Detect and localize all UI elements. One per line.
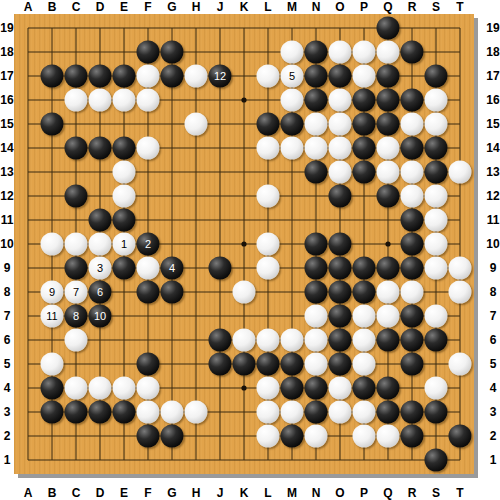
go-board-screen: ABCDEFGHJKLMNOPQRST ABCDEFGHJKLMNOPQRST …: [0, 0, 500, 500]
stone-white-L9[interactable]: [257, 257, 280, 280]
star-point-Q10: [385, 241, 390, 246]
stone-black-R3[interactable]: [401, 401, 424, 424]
stone-black-N10[interactable]: [305, 233, 328, 256]
coord-left-10: 10: [0, 238, 13, 250]
coord-left-4: 4: [4, 382, 11, 394]
stone-black-S3[interactable]: [425, 401, 448, 424]
coord-bottom-C: C: [72, 487, 81, 499]
stone-black-O5[interactable]: [329, 353, 352, 376]
coord-top-S: S: [432, 1, 440, 13]
stone-black-C3[interactable]: [65, 401, 88, 424]
coord-right-7: 7: [490, 310, 497, 322]
stone-white-C10[interactable]: [65, 233, 88, 256]
stone-white-Q8[interactable]: [377, 281, 400, 304]
coord-left-13: 13: [0, 166, 13, 178]
stone-white-P2[interactable]: [353, 425, 376, 448]
stone-black-S6[interactable]: [425, 329, 448, 352]
move-number-label: 10: [94, 311, 106, 322]
stone-black-Q9[interactable]: [377, 257, 400, 280]
stone-black-C7[interactable]: 8: [65, 305, 88, 328]
stone-white-L10[interactable]: [257, 233, 280, 256]
stone-white-P18[interactable]: [353, 41, 376, 64]
coord-bottom-M: M: [287, 487, 297, 499]
stone-white-P5[interactable]: [353, 353, 376, 376]
stone-black-B4[interactable]: [41, 377, 64, 400]
coord-top-D: D: [96, 1, 105, 13]
stone-black-J17[interactable]: 12: [209, 65, 232, 88]
stone-white-O4[interactable]: [329, 377, 352, 400]
star-point-K16: [241, 97, 246, 102]
stone-white-F4[interactable]: [137, 377, 160, 400]
stone-white-H3[interactable]: [185, 401, 208, 424]
stone-black-F5[interactable]: [137, 353, 160, 376]
stone-black-F8[interactable]: [137, 281, 160, 304]
stone-black-Q17[interactable]: [377, 65, 400, 88]
coord-top-K: K: [240, 1, 249, 13]
stone-black-R9[interactable]: [401, 257, 424, 280]
stone-black-D7[interactable]: 10: [89, 305, 112, 328]
coord-bottom-T: T: [456, 487, 463, 499]
stone-black-S14[interactable]: [425, 137, 448, 160]
stone-white-G3[interactable]: [161, 401, 184, 424]
coord-bottom-D: D: [96, 487, 105, 499]
stone-white-Q13[interactable]: [377, 161, 400, 184]
stone-white-M16[interactable]: [281, 89, 304, 112]
coord-right-1: 1: [490, 454, 497, 466]
coord-top-B: B: [48, 1, 57, 13]
stone-white-S11[interactable]: [425, 209, 448, 232]
stone-white-L12[interactable]: [257, 185, 280, 208]
move-number-label: 8: [73, 311, 79, 322]
stone-white-N15[interactable]: [305, 113, 328, 136]
stone-white-D10[interactable]: [89, 233, 112, 256]
stone-black-E17[interactable]: [113, 65, 136, 88]
coord-left-8: 8: [4, 286, 11, 298]
stone-white-N2[interactable]: [305, 425, 328, 448]
stone-white-E12[interactable]: [113, 185, 136, 208]
coord-bottom-J: J: [217, 487, 224, 499]
move-number-label: 6: [97, 287, 103, 298]
stone-white-T13[interactable]: [449, 161, 472, 184]
coord-left-3: 3: [4, 406, 11, 418]
coord-right-18: 18: [486, 46, 499, 58]
stone-black-O6[interactable]: [329, 329, 352, 352]
stone-black-O7[interactable]: [329, 305, 352, 328]
stone-black-M5[interactable]: [281, 353, 304, 376]
coord-right-14: 14: [486, 142, 499, 154]
stone-black-P8[interactable]: [353, 281, 376, 304]
coord-left-19: 19: [0, 22, 13, 34]
stone-black-E3[interactable]: [113, 401, 136, 424]
stone-black-N16[interactable]: [305, 89, 328, 112]
coord-left-7: 7: [4, 310, 11, 322]
stone-white-B5[interactable]: [41, 353, 64, 376]
stone-white-D4[interactable]: [89, 377, 112, 400]
stone-black-D14[interactable]: [89, 137, 112, 160]
move-number-label: 11: [46, 311, 57, 322]
stone-white-B7[interactable]: 11: [41, 305, 64, 328]
stone-white-Q18[interactable]: [377, 41, 400, 64]
coord-right-8: 8: [490, 286, 497, 298]
stone-white-B8[interactable]: 9: [41, 281, 64, 304]
coord-bottom-L: L: [264, 487, 271, 499]
stone-white-L3[interactable]: [257, 401, 280, 424]
coord-right-19: 19: [486, 22, 499, 34]
stone-black-G9[interactable]: 4: [161, 257, 184, 280]
coord-right-9: 9: [490, 262, 497, 274]
stone-black-M4[interactable]: [281, 377, 304, 400]
stone-white-N14[interactable]: [305, 137, 328, 160]
stone-black-N17[interactable]: [305, 65, 328, 88]
coord-top-G: G: [167, 1, 176, 13]
move-number-label: 1: [121, 239, 127, 250]
stone-black-Q12[interactable]: [377, 185, 400, 208]
stone-white-E16[interactable]: [113, 89, 136, 112]
coord-right-3: 3: [490, 406, 497, 418]
coord-top-P: P: [360, 1, 368, 13]
stone-white-R13[interactable]: [401, 161, 424, 184]
coord-right-10: 10: [486, 238, 499, 250]
coord-bottom-N: N: [312, 487, 321, 499]
coord-bottom-G: G: [167, 487, 176, 499]
stone-white-P6[interactable]: [353, 329, 376, 352]
stone-black-N8[interactable]: [305, 281, 328, 304]
stone-white-K8[interactable]: [233, 281, 256, 304]
stone-white-C16[interactable]: [65, 89, 88, 112]
stone-black-F18[interactable]: [137, 41, 160, 64]
coord-left-1: 1: [4, 454, 11, 466]
stone-black-N3[interactable]: [305, 401, 328, 424]
stone-black-R2[interactable]: [401, 425, 424, 448]
stone-white-F9[interactable]: [137, 257, 160, 280]
stone-black-K5[interactable]: [233, 353, 256, 376]
stone-white-S4[interactable]: [425, 377, 448, 400]
stone-black-N13[interactable]: [305, 161, 328, 184]
coord-bottom-F: F: [144, 487, 151, 499]
stone-white-P7[interactable]: [353, 305, 376, 328]
stone-white-O14[interactable]: [329, 137, 352, 160]
stone-white-E4[interactable]: [113, 377, 136, 400]
stone-black-P13[interactable]: [353, 161, 376, 184]
coord-top-Q: Q: [383, 1, 392, 13]
coord-top-A: A: [24, 1, 33, 13]
stone-black-Q15[interactable]: [377, 113, 400, 136]
stone-black-C9[interactable]: [65, 257, 88, 280]
stone-white-L2[interactable]: [257, 425, 280, 448]
move-number-label: 12: [214, 71, 226, 82]
coord-right-12: 12: [486, 190, 499, 202]
stone-black-R10[interactable]: [401, 233, 424, 256]
stone-black-Q4[interactable]: [377, 377, 400, 400]
coord-right-11: 11: [487, 214, 500, 226]
stone-white-N5[interactable]: [305, 353, 328, 376]
stone-black-J9[interactable]: [209, 257, 232, 280]
coord-bottom-S: S: [432, 487, 440, 499]
stone-black-G2[interactable]: [161, 425, 184, 448]
stone-black-P15[interactable]: [353, 113, 376, 136]
stone-white-N7[interactable]: [305, 305, 328, 328]
stone-black-F10[interactable]: 2: [137, 233, 160, 256]
star-point-K4: [241, 385, 246, 390]
stone-black-B15[interactable]: [41, 113, 64, 136]
stone-black-M15[interactable]: [281, 113, 304, 136]
stone-white-L4[interactable]: [257, 377, 280, 400]
stone-white-O15[interactable]: [329, 113, 352, 136]
stone-black-N18[interactable]: [305, 41, 328, 64]
stone-black-R18[interactable]: [401, 41, 424, 64]
move-number-label: 5: [289, 71, 295, 82]
coord-bottom-A: A: [24, 487, 33, 499]
stone-black-P14[interactable]: [353, 137, 376, 160]
stone-black-E9[interactable]: [113, 257, 136, 280]
stone-white-C4[interactable]: [65, 377, 88, 400]
stone-black-C12[interactable]: [65, 185, 88, 208]
coord-left-15: 15: [0, 118, 13, 130]
coord-left-11: 11: [1, 214, 14, 226]
coord-left-17: 17: [0, 70, 13, 82]
coord-top-J: J: [217, 1, 224, 13]
stone-black-E11[interactable]: [113, 209, 136, 232]
stone-black-S17[interactable]: [425, 65, 448, 88]
stone-white-S16[interactable]: [425, 89, 448, 112]
coord-bottom-O: O: [335, 487, 344, 499]
coord-bottom-P: P: [360, 487, 368, 499]
stone-black-M2[interactable]: [281, 425, 304, 448]
stone-white-E13[interactable]: [113, 161, 136, 184]
stone-white-R15[interactable]: [401, 113, 424, 136]
coord-right-16: 16: [486, 94, 499, 106]
stone-black-R11[interactable]: [401, 209, 424, 232]
stone-black-P16[interactable]: [353, 89, 376, 112]
stone-white-N6[interactable]: [305, 329, 328, 352]
stone-black-J5[interactable]: [209, 353, 232, 376]
stone-black-P4[interactable]: [353, 377, 376, 400]
stone-white-H17[interactable]: [185, 65, 208, 88]
coord-bottom-K: K: [240, 487, 249, 499]
coord-right-2: 2: [490, 430, 497, 442]
stone-black-G18[interactable]: [161, 41, 184, 64]
goban[interactable]: 125123497611810: [14, 14, 474, 474]
coord-right-4: 4: [490, 382, 497, 394]
move-number-label: 3: [97, 263, 103, 274]
move-number-label: 4: [169, 263, 175, 274]
stone-white-T5[interactable]: [449, 353, 472, 376]
stone-black-G8[interactable]: [161, 281, 184, 304]
stone-white-P3[interactable]: [353, 401, 376, 424]
stone-white-L17[interactable]: [257, 65, 280, 88]
stone-black-O17[interactable]: [329, 65, 352, 88]
stone-white-T9[interactable]: [449, 257, 472, 280]
stone-white-D16[interactable]: [89, 89, 112, 112]
stone-black-R7[interactable]: [401, 305, 424, 328]
stone-white-Q2[interactable]: [377, 425, 400, 448]
move-number-label: 2: [145, 239, 151, 250]
stone-black-L15[interactable]: [257, 113, 280, 136]
coord-bottom-B: B: [48, 487, 57, 499]
coord-right-13: 13: [486, 166, 499, 178]
stone-white-M18[interactable]: [281, 41, 304, 64]
coord-top-L: L: [264, 1, 271, 13]
stone-black-R16[interactable]: [401, 89, 424, 112]
stone-black-O12[interactable]: [329, 185, 352, 208]
star-point-K10: [241, 241, 246, 246]
stone-black-Q16[interactable]: [377, 89, 400, 112]
stone-white-E10[interactable]: 1: [113, 233, 136, 256]
stone-black-O8[interactable]: [329, 281, 352, 304]
stone-white-O16[interactable]: [329, 89, 352, 112]
stone-white-O18[interactable]: [329, 41, 352, 64]
stone-white-F17[interactable]: [137, 65, 160, 88]
stone-black-B17[interactable]: [41, 65, 64, 88]
stone-white-F16[interactable]: [137, 89, 160, 112]
coord-left-18: 18: [0, 46, 13, 58]
stone-black-R5[interactable]: [401, 353, 424, 376]
coord-right-17: 17: [486, 70, 499, 82]
stone-black-C14[interactable]: [65, 137, 88, 160]
move-number-label: 7: [73, 287, 79, 298]
stone-white-M6[interactable]: [281, 329, 304, 352]
stone-black-B3[interactable]: [41, 401, 64, 424]
coord-top-N: N: [312, 1, 321, 13]
stone-black-E14[interactable]: [113, 137, 136, 160]
coord-left-9: 9: [4, 262, 11, 274]
stone-white-S15[interactable]: [425, 113, 448, 136]
stone-white-K6[interactable]: [233, 329, 256, 352]
stone-white-Q14[interactable]: [377, 137, 400, 160]
coord-top-M: M: [287, 1, 297, 13]
coord-bottom-E: E: [120, 487, 128, 499]
coord-right-5: 5: [490, 358, 497, 370]
coord-top-T: T: [456, 1, 463, 13]
stone-white-M3[interactable]: [281, 401, 304, 424]
coord-left-2: 2: [4, 430, 11, 442]
stone-black-Q3[interactable]: [377, 401, 400, 424]
stone-white-B10[interactable]: [41, 233, 64, 256]
stone-white-C6[interactable]: [65, 329, 88, 352]
coord-bottom-H: H: [192, 487, 201, 499]
stone-black-P9[interactable]: [353, 257, 376, 280]
stone-white-M17[interactable]: 5: [281, 65, 304, 88]
move-number-label: 9: [49, 287, 55, 298]
stone-black-J6[interactable]: [209, 329, 232, 352]
coord-top-O: O: [335, 1, 344, 13]
coord-bottom-Q: Q: [383, 487, 392, 499]
coord-left-6: 6: [4, 334, 11, 346]
stone-black-T2[interactable]: [449, 425, 472, 448]
stone-black-G17[interactable]: [161, 65, 184, 88]
stone-white-R8[interactable]: [401, 281, 424, 304]
stone-black-N9[interactable]: [305, 257, 328, 280]
coord-top-H: H: [192, 1, 201, 13]
stone-white-F3[interactable]: [137, 401, 160, 424]
stone-black-S1[interactable]: [425, 449, 448, 472]
coord-right-6: 6: [490, 334, 497, 346]
stone-white-O3[interactable]: [329, 401, 352, 424]
stone-white-T8[interactable]: [449, 281, 472, 304]
stone-white-F14[interactable]: [137, 137, 160, 160]
stone-black-L5[interactable]: [257, 353, 280, 376]
stone-white-H15[interactable]: [185, 113, 208, 136]
stone-white-Q7[interactable]: [377, 305, 400, 328]
stone-white-R12[interactable]: [401, 185, 424, 208]
stone-black-D17[interactable]: [89, 65, 112, 88]
coord-left-16: 16: [0, 94, 13, 106]
stone-black-D11[interactable]: [89, 209, 112, 232]
stone-black-R14[interactable]: [401, 137, 424, 160]
coord-top-E: E: [120, 1, 128, 13]
stone-black-F2[interactable]: [137, 425, 160, 448]
stone-white-M14[interactable]: [281, 137, 304, 160]
stone-white-C8[interactable]: 7: [65, 281, 88, 304]
stone-black-O10[interactable]: [329, 233, 352, 256]
coord-top-R: R: [408, 1, 417, 13]
stone-white-L14[interactable]: [257, 137, 280, 160]
coord-top-F: F: [144, 1, 151, 13]
coord-left-14: 14: [0, 142, 13, 154]
coord-right-15: 15: [486, 118, 499, 130]
stone-black-O9[interactable]: [329, 257, 352, 280]
coord-top-C: C: [72, 1, 81, 13]
stone-white-S12[interactable]: [425, 185, 448, 208]
stone-white-O13[interactable]: [329, 161, 352, 184]
stone-black-D3[interactable]: [89, 401, 112, 424]
stone-black-Q6[interactable]: [377, 329, 400, 352]
stone-white-L6[interactable]: [257, 329, 280, 352]
coord-left-12: 12: [0, 190, 13, 202]
coord-bottom-R: R: [408, 487, 417, 499]
stone-black-Q19[interactable]: [377, 17, 400, 40]
stone-white-D9[interactable]: 3: [89, 257, 112, 280]
stone-black-D8[interactable]: 6: [89, 281, 112, 304]
stone-black-C17[interactable]: [65, 65, 88, 88]
coord-left-5: 5: [4, 358, 11, 370]
stone-white-P17[interactable]: [353, 65, 376, 88]
stone-white-S7[interactable]: [425, 305, 448, 328]
stone-black-S13[interactable]: [425, 161, 448, 184]
stone-white-S10[interactable]: [425, 233, 448, 256]
stone-black-R6[interactable]: [401, 329, 424, 352]
stone-black-N4[interactable]: [305, 377, 328, 400]
stone-white-S9[interactable]: [425, 257, 448, 280]
